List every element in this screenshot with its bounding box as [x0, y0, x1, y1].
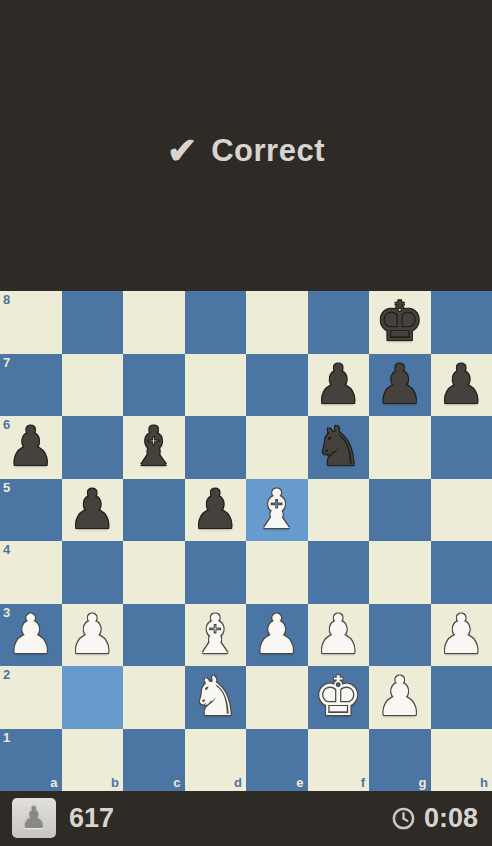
- white-king-f2[interactable]: ♚: [314, 670, 362, 724]
- square-c5[interactable]: [123, 479, 185, 542]
- rank-label-8: 8: [3, 293, 10, 306]
- file-label-h: h: [480, 776, 488, 789]
- square-c3[interactable]: [123, 604, 185, 667]
- white-knight-d2[interactable]: ♞: [191, 670, 239, 724]
- square-f5[interactable]: [308, 479, 370, 542]
- black-pawn-d5[interactable]: ♟: [191, 483, 239, 537]
- file-label-a: a: [50, 776, 57, 789]
- square-h5[interactable]: [431, 479, 492, 542]
- square-e6[interactable]: [246, 416, 308, 479]
- square-d1[interactable]: d: [185, 729, 247, 792]
- square-e3[interactable]: ♟: [246, 604, 308, 667]
- square-a3[interactable]: 3♟: [0, 604, 62, 667]
- pawn-icon: ♟: [21, 803, 48, 833]
- check-icon: ✔: [167, 133, 197, 169]
- square-e5[interactable]: ♝: [246, 479, 308, 542]
- black-pawn-a6[interactable]: ♟: [7, 420, 55, 474]
- rank-label-2: 2: [3, 668, 10, 681]
- square-f2[interactable]: ♚: [308, 666, 370, 729]
- square-e1[interactable]: e: [246, 729, 308, 792]
- white-pawn-g2[interactable]: ♟: [376, 670, 424, 724]
- square-g7[interactable]: ♟: [369, 354, 431, 417]
- square-b3[interactable]: ♟: [62, 604, 124, 667]
- puzzle-app: ✔ Correct 8♚7♟♟♟6♟♝♞5♟♟♝43♟♟♝♟♟♟2♞♚♟1abc…: [0, 0, 492, 846]
- player-pawn-tile: ♟: [12, 798, 56, 838]
- square-g4[interactable]: [369, 541, 431, 604]
- square-h1[interactable]: h: [431, 729, 492, 792]
- chess-board[interactable]: 8♚7♟♟♟6♟♝♞5♟♟♝43♟♟♝♟♟♟2♞♚♟1abcdefgh: [0, 291, 492, 791]
- rank-label-6: 6: [3, 418, 10, 431]
- file-label-f: f: [361, 776, 365, 789]
- square-a7[interactable]: 7: [0, 354, 62, 417]
- square-f6[interactable]: ♞: [308, 416, 370, 479]
- black-pawn-g7[interactable]: ♟: [376, 358, 424, 412]
- square-d3[interactable]: ♝: [185, 604, 247, 667]
- square-b5[interactable]: ♟: [62, 479, 124, 542]
- square-b8[interactable]: [62, 291, 124, 354]
- square-f4[interactable]: [308, 541, 370, 604]
- square-a8[interactable]: 8: [0, 291, 62, 354]
- square-e7[interactable]: [246, 354, 308, 417]
- rank-label-5: 5: [3, 481, 10, 494]
- square-c2[interactable]: [123, 666, 185, 729]
- file-label-c: c: [173, 776, 180, 789]
- white-pawn-b3[interactable]: ♟: [68, 608, 116, 662]
- square-a4[interactable]: 4: [0, 541, 62, 604]
- square-g2[interactable]: ♟: [369, 666, 431, 729]
- square-h8[interactable]: [431, 291, 492, 354]
- square-b4[interactable]: [62, 541, 124, 604]
- file-label-g: g: [419, 776, 427, 789]
- file-label-b: b: [111, 776, 119, 789]
- black-pawn-h7[interactable]: ♟: [437, 358, 485, 412]
- black-king-g8[interactable]: ♚: [376, 295, 424, 349]
- square-b2[interactable]: [62, 666, 124, 729]
- square-h6[interactable]: [431, 416, 492, 479]
- timer: 0:08: [392, 803, 478, 834]
- time-value: 0:08: [424, 803, 478, 834]
- square-f7[interactable]: ♟: [308, 354, 370, 417]
- square-e2[interactable]: [246, 666, 308, 729]
- square-g8[interactable]: ♚: [369, 291, 431, 354]
- square-d8[interactable]: [185, 291, 247, 354]
- square-g6[interactable]: [369, 416, 431, 479]
- square-b7[interactable]: [62, 354, 124, 417]
- square-c4[interactable]: [123, 541, 185, 604]
- square-c8[interactable]: [123, 291, 185, 354]
- square-g5[interactable]: [369, 479, 431, 542]
- file-label-d: d: [234, 776, 242, 789]
- square-a5[interactable]: 5: [0, 479, 62, 542]
- white-pawn-e3[interactable]: ♟: [253, 608, 301, 662]
- square-a1[interactable]: 1a: [0, 729, 62, 792]
- square-d6[interactable]: [185, 416, 247, 479]
- square-d4[interactable]: [185, 541, 247, 604]
- square-f8[interactable]: [308, 291, 370, 354]
- square-c1[interactable]: c: [123, 729, 185, 792]
- white-pawn-h3[interactable]: ♟: [437, 608, 485, 662]
- puzzle-rating: 617: [69, 803, 114, 834]
- square-b1[interactable]: b: [62, 729, 124, 792]
- black-pawn-f7[interactable]: ♟: [314, 358, 362, 412]
- rank-label-7: 7: [3, 356, 10, 369]
- square-b6[interactable]: [62, 416, 124, 479]
- square-c6[interactable]: ♝: [123, 416, 185, 479]
- square-h2[interactable]: [431, 666, 492, 729]
- white-pawn-f3[interactable]: ♟: [314, 608, 362, 662]
- square-d2[interactable]: ♞: [185, 666, 247, 729]
- square-c7[interactable]: [123, 354, 185, 417]
- square-e4[interactable]: [246, 541, 308, 604]
- bottom-bar: ♟ 617 0:08: [0, 791, 492, 846]
- square-e8[interactable]: [246, 291, 308, 354]
- square-g3[interactable]: [369, 604, 431, 667]
- rank-label-1: 1: [3, 731, 10, 744]
- status-banner: ✔ Correct: [0, 0, 492, 291]
- square-d5[interactable]: ♟: [185, 479, 247, 542]
- white-pawn-a3[interactable]: ♟: [7, 608, 55, 662]
- black-knight-f6[interactable]: ♞: [314, 420, 362, 474]
- clock-icon: [392, 807, 415, 830]
- black-pawn-b5[interactable]: ♟: [68, 483, 116, 537]
- square-d7[interactable]: [185, 354, 247, 417]
- white-bishop-d3[interactable]: ♝: [191, 608, 239, 662]
- rank-label-4: 4: [3, 543, 10, 556]
- file-label-e: e: [296, 776, 303, 789]
- square-a6[interactable]: 6♟: [0, 416, 62, 479]
- square-h7[interactable]: ♟: [431, 354, 492, 417]
- square-f3[interactable]: ♟: [308, 604, 370, 667]
- square-g1[interactable]: g: [369, 729, 431, 792]
- status-text: Correct: [211, 133, 325, 169]
- black-bishop-c6[interactable]: ♝: [130, 420, 178, 474]
- square-f1[interactable]: f: [308, 729, 370, 792]
- status-banner-content: ✔ Correct: [167, 133, 325, 169]
- square-a2[interactable]: 2: [0, 666, 62, 729]
- square-h3[interactable]: ♟: [431, 604, 492, 667]
- rank-label-3: 3: [3, 606, 10, 619]
- white-bishop-e5[interactable]: ♝: [253, 483, 301, 537]
- square-h4[interactable]: [431, 541, 492, 604]
